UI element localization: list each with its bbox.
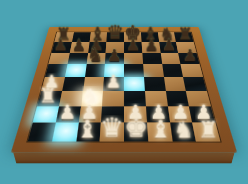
black-knight-c6[interactable]: ♞ [87,46,103,64]
black-queen-d8[interactable]: ♛ [107,23,124,42]
square-c5[interactable] [85,64,106,77]
square-h6[interactable]: ♟ [178,53,199,65]
square-e5[interactable] [124,64,144,77]
black-pawn-b7[interactable]: ♟ [72,37,86,53]
square-f1[interactable]: ♝ [147,123,172,142]
square-d6[interactable]: ♟ [105,53,124,65]
square-f6[interactable] [142,53,162,65]
square-b6[interactable] [67,53,87,65]
square-d1[interactable]: ♛ [100,123,124,142]
square-a6[interactable] [48,53,69,65]
square-h8[interactable]: ♜ [174,32,193,42]
square-e4[interactable] [124,77,145,91]
square-d4[interactable]: ♟ [103,77,124,91]
square-d8[interactable]: ♛ [107,32,124,42]
square-g6[interactable] [160,53,180,65]
square-e1[interactable]: ♚ [124,123,148,142]
black-pawn-e7[interactable]: ♟ [126,37,140,53]
square-c1[interactable]: ♝ [76,123,101,142]
square-e7[interactable]: ♟ [124,42,142,53]
black-rook-h8[interactable]: ♜ [177,25,192,42]
black-pawn-a7[interactable]: ♟ [54,37,68,53]
chess-board-frame: ♜♝♛♚♝♞♜♟♟♟♟♟♟♞♟♟♟♟♜♞♟♟♟♟♟♟♝♛♚♝♞♜ [11,27,237,153]
square-g1[interactable]: ♞ [170,123,197,142]
square-f4[interactable] [144,77,166,91]
white-pawn-d4[interactable]: ♟ [106,73,122,91]
square-g4[interactable] [164,77,187,91]
square-h4[interactable] [183,77,206,91]
square-h5[interactable] [181,64,203,77]
white-king-e1[interactable]: ♚ [124,115,148,142]
black-pawn-g7[interactable]: ♟ [162,37,176,53]
square-f7[interactable]: ♟ [141,42,160,53]
square-c6[interactable]: ♞ [86,53,106,65]
square-b1[interactable] [52,123,79,142]
black-pawn-f7[interactable]: ♟ [144,37,158,53]
white-pawn-b2[interactable]: ♟ [58,103,76,123]
chess-board[interactable]: ♜♝♛♚♝♞♜♟♟♟♟♟♟♞♟♟♟♟♜♞♟♟♟♟♟♟♝♛♚♝♞♜ [28,32,221,141]
chess-app-screen: ♜♝♛♚♝♞♜♟♟♟♟♟♟♞♟♟♟♟♜♞♟♟♟♟♟♟♝♛♚♝♞♜ [0,0,248,184]
square-b5[interactable] [65,64,86,77]
white-queen-d1[interactable]: ♛ [100,115,124,142]
white-bishop-f1[interactable]: ♝ [149,117,171,141]
white-rook-h1[interactable]: ♜ [198,118,219,141]
white-rook-a3[interactable]: ♜ [39,85,58,106]
board-3d-scene: ♜♝♛♚♝♞♜♟♟♟♟♟♟♞♟♟♟♟♜♞♟♟♟♟♟♟♝♛♚♝♞♜ [0,0,248,184]
square-a7[interactable]: ♟ [52,42,72,53]
white-bishop-c1[interactable]: ♝ [77,117,99,141]
black-pawn-d6[interactable]: ♟ [107,48,122,64]
black-pawn-h6[interactable]: ♟ [183,48,198,64]
square-h1[interactable]: ♜ [192,123,220,142]
square-e6[interactable] [124,53,143,65]
board-frame-front-face [13,153,234,164]
white-knight-g1[interactable]: ♞ [174,118,195,141]
square-d3[interactable] [102,91,124,106]
square-f5[interactable] [143,64,164,77]
square-g7[interactable]: ♟ [159,42,179,53]
square-g5[interactable] [162,64,183,77]
